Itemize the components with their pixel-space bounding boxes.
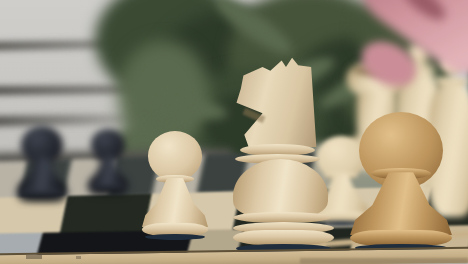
- piece-felt: [19, 198, 66, 202]
- black-pawn-piece: [16, 126, 68, 202]
- black-pawn-piece: [87, 129, 129, 195]
- white-pawn-piece: [142, 131, 208, 240]
- rail-stamp-mark: [26, 255, 42, 259]
- pawn-body: [350, 172, 452, 235]
- white-knight-piece: [233, 53, 334, 253]
- knight-base-bulge: [233, 159, 328, 219]
- photo-scene: [0, 0, 468, 264]
- pawn-body: [87, 157, 129, 187]
- pawn-body: [16, 159, 68, 193]
- knight-base-plate: [233, 230, 334, 245]
- white-pawn-piece: [350, 112, 452, 252]
- knight-head: [233, 53, 320, 147]
- piece-felt: [89, 191, 127, 195]
- pieces-layer: [0, 0, 468, 264]
- piece-felt: [145, 234, 204, 240]
- rail-shadow: [300, 258, 468, 264]
- rail-stamp-mark: [76, 256, 81, 259]
- pawn-body: [142, 178, 208, 227]
- pawn-head: [148, 131, 202, 181]
